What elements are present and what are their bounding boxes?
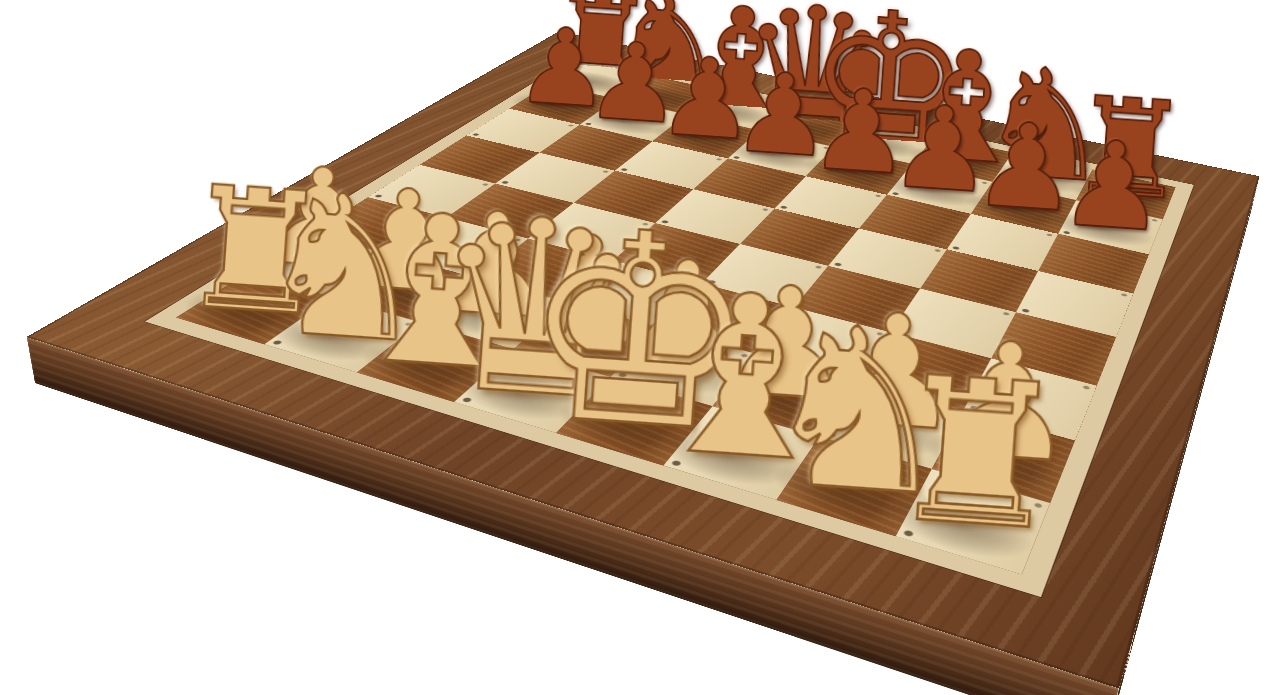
board-frame: ♜♞♝♛♚♝♞♜♟♟♟♟♟♟♟♟♟♟♟♟♟♟♟♟♜♞♝♛♚♝♞♜: [27, 31, 1260, 688]
board-grid: ♜♞♝♛♚♝♞♜♟♟♟♟♟♟♟♟♟♟♟♟♟♟♟♟♜♞♝♛♚♝♞♜: [176, 62, 1175, 575]
chess-board: ♜♞♝♛♚♝♞♜♟♟♟♟♟♟♟♟♟♟♟♟♟♟♟♟♜♞♝♛♚♝♞♜: [27, 31, 1260, 688]
board-position-wrapper: ♜♞♝♛♚♝♞♜♟♟♟♟♟♟♟♟♟♟♟♟♟♟♟♟♜♞♝♛♚♝♞♜: [249, 0, 1231, 695]
chessboard-photo-scene: ♜♞♝♛♚♝♞♜♟♟♟♟♟♟♟♟♟♟♟♟♟♟♟♟♜♞♝♛♚♝♞♜: [0, 0, 1280, 695]
